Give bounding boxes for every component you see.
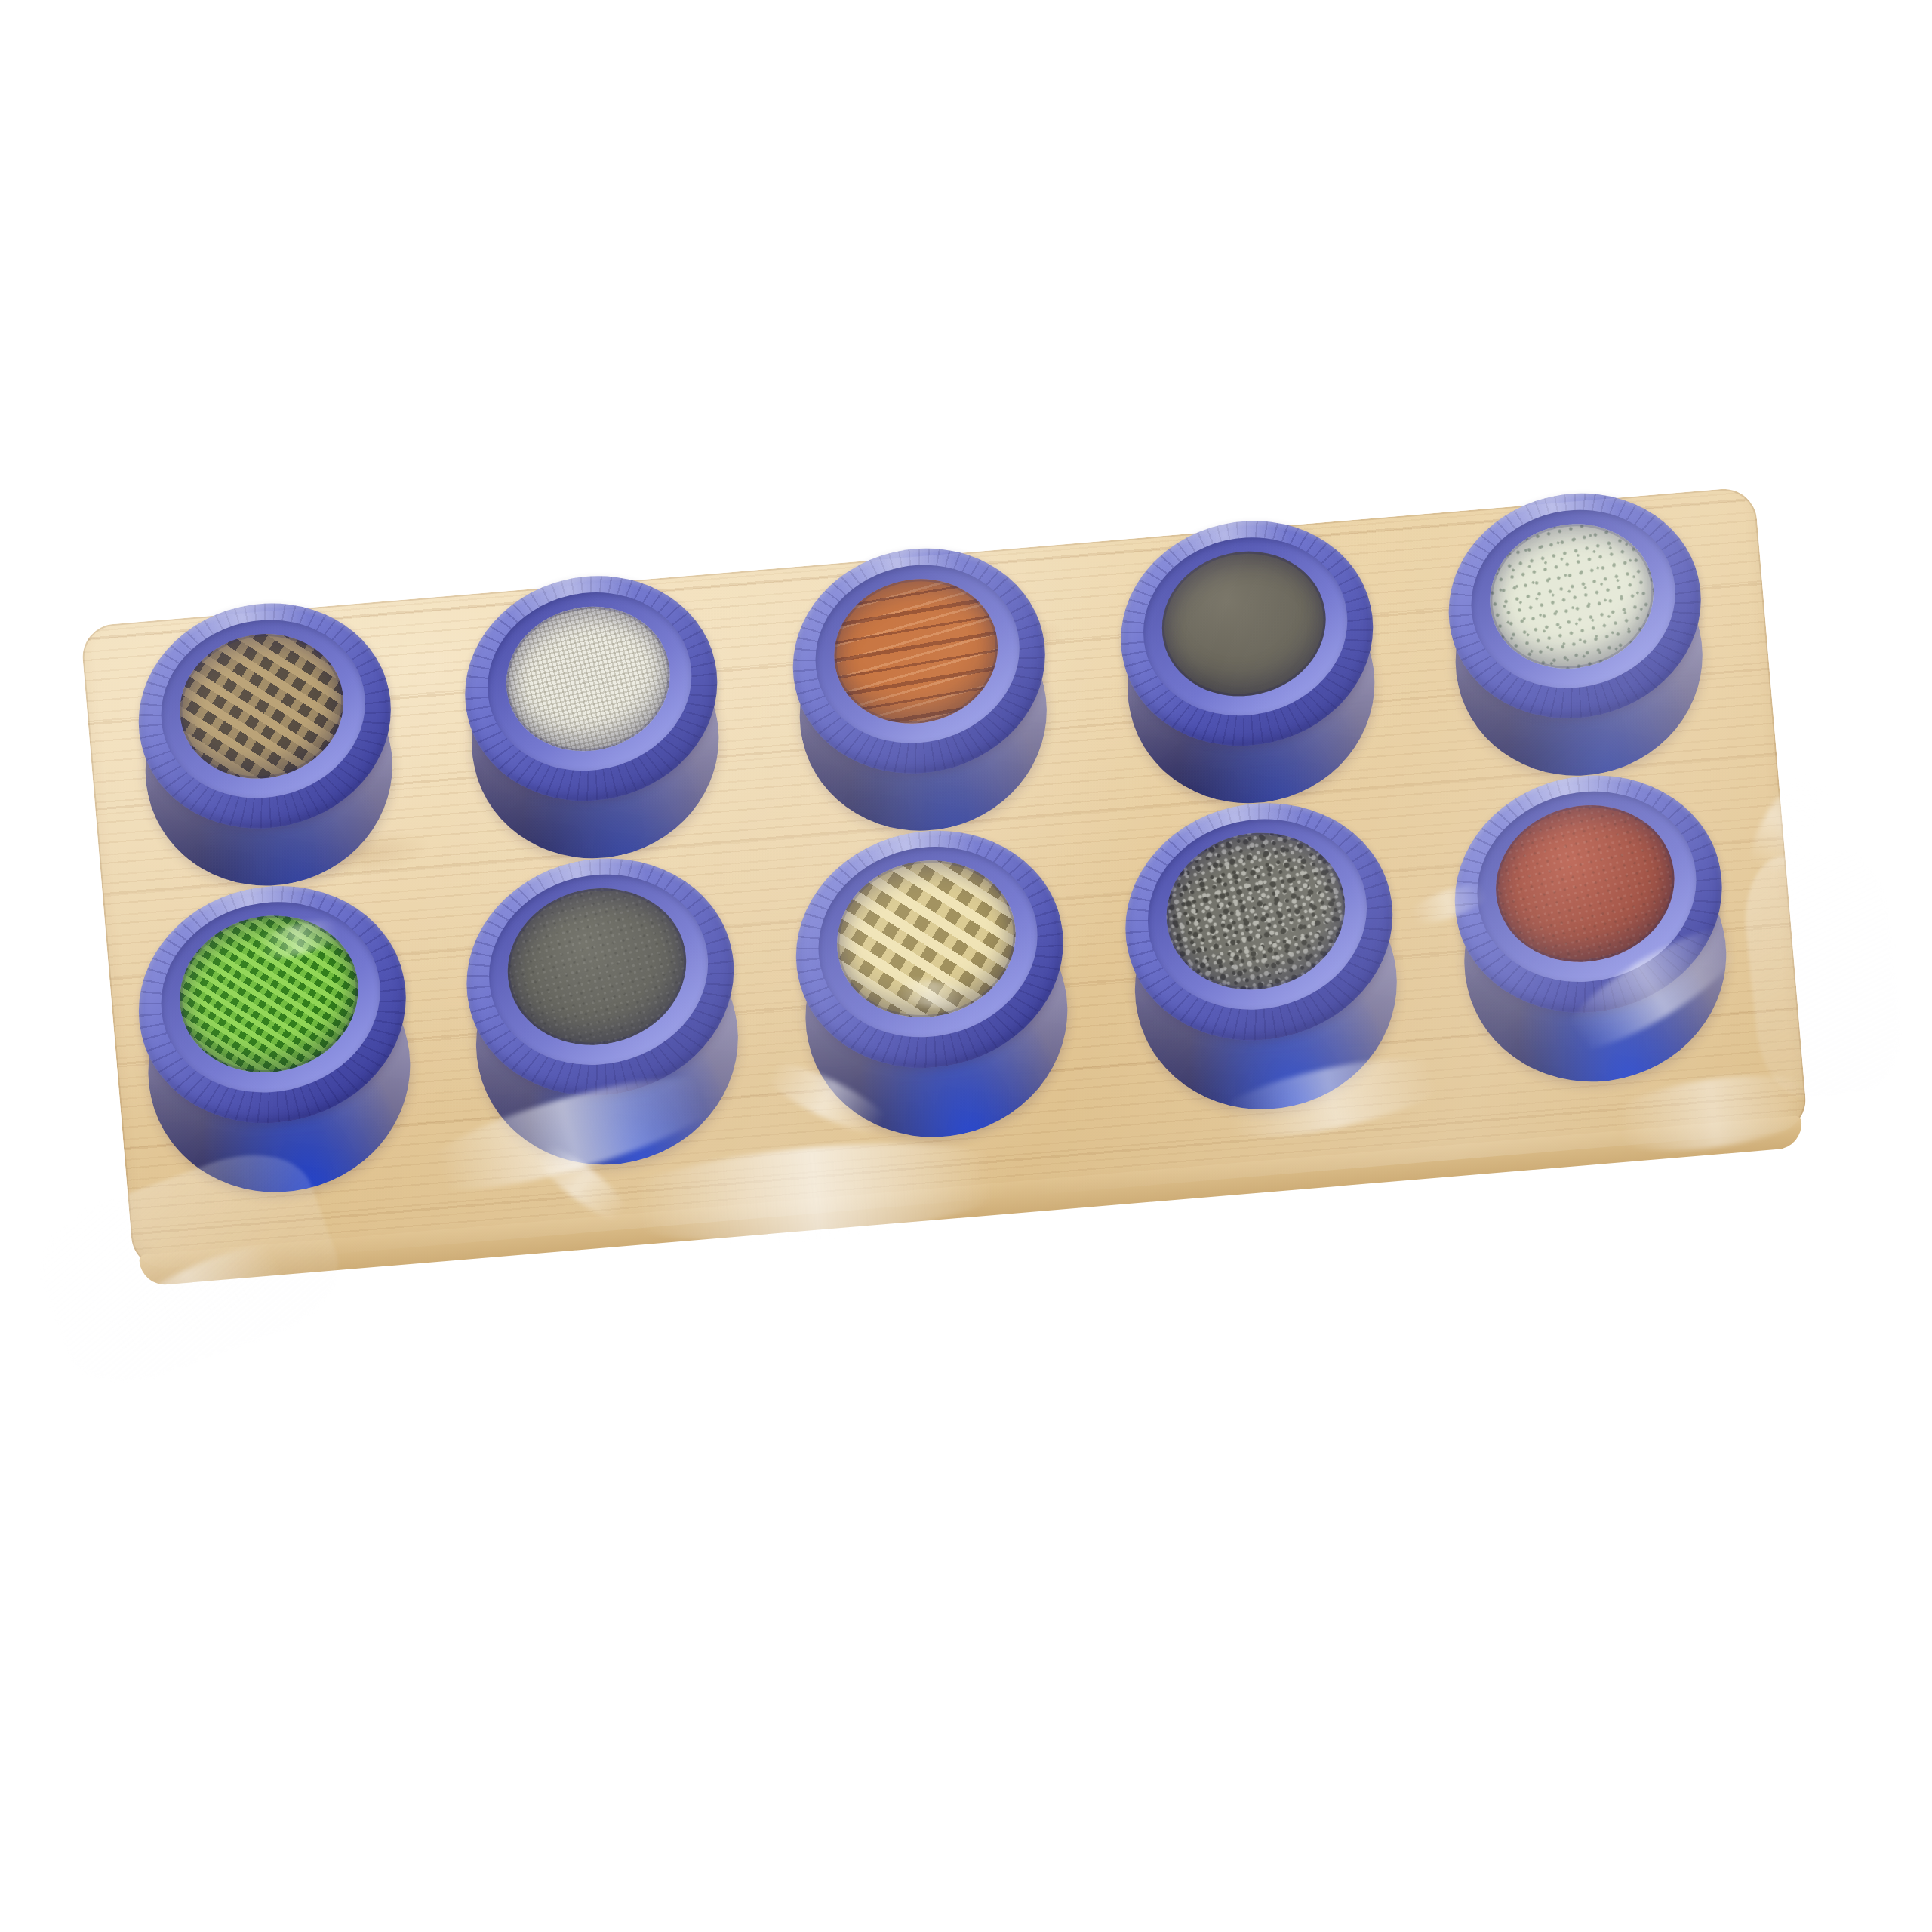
- texture-pot-r1c1-burlap-weave: [116, 579, 413, 853]
- texture-pot-r2c3-straw-basket-weave: [773, 804, 1087, 1094]
- texture-pot-r2c2-charcoal-sandpaper: [443, 832, 757, 1121]
- wooden-tray-board: [80, 486, 1808, 1270]
- texture-pot-r2c1-green-fabric-weave: [115, 860, 429, 1149]
- texture-pot-r1c2-white-canvas: [443, 552, 740, 826]
- texture-pot-r2c4-grey-wool-loops: [1102, 777, 1416, 1066]
- texture-pot-r1c3-orange-woodgrain: [771, 524, 1067, 798]
- product-photo-tactile-tray: [0, 0, 1932, 1932]
- texture-pot-r2c5-brick-red-sandpaper: [1432, 749, 1746, 1038]
- texture-pot-r1c5-pale-speckled-foam: [1426, 469, 1723, 743]
- texture-pot-r1c4-charcoal-smooth: [1099, 497, 1395, 771]
